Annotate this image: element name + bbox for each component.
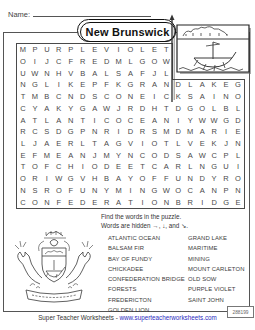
grid-cell: N (41, 196, 53, 208)
grid-cell: I (125, 185, 137, 197)
grid-cell: K (53, 103, 65, 115)
grid-cell: E (136, 91, 148, 103)
grid-cell: G (113, 138, 125, 150)
grid-cell: R (208, 126, 220, 138)
grid-cell: G (65, 173, 77, 185)
grid-cell: R (101, 196, 113, 208)
grid-cell: K (65, 79, 77, 91)
grid-cell: C (53, 161, 65, 173)
grid-cell: S (113, 67, 125, 79)
word-list-item: CONFEDERATION BRIDGE (108, 274, 188, 284)
grid-cell: E (17, 149, 29, 161)
grid-cell: E (136, 114, 148, 126)
grid-cell: O (136, 173, 148, 185)
grid-cell: O (113, 114, 125, 126)
grid-cell: A (113, 196, 125, 208)
grid-cell: O (125, 44, 137, 56)
grid-cell: W (208, 114, 220, 126)
grid-cell: J (89, 149, 101, 161)
grid-cell: G (220, 196, 232, 208)
grid-cell: L (77, 44, 89, 56)
footer-url: www.superteacherworksheets.com (120, 314, 217, 321)
grid-cell: N (160, 196, 172, 208)
grid-cell: F (148, 173, 160, 185)
word-list-item: FREDERICTON (108, 295, 188, 305)
grid-cell: R (101, 126, 113, 138)
grid-cell: G (65, 126, 77, 138)
grid-cell: V (101, 44, 113, 56)
grid-cell: I (220, 126, 232, 138)
grid-cell: O (148, 149, 160, 161)
grid-cell: E (148, 44, 160, 56)
grid-cell: L (125, 56, 137, 68)
grid-cell: A (148, 79, 160, 91)
grid-cell: O (53, 185, 65, 197)
grid-cell: F (136, 67, 148, 79)
grid-cell: A (113, 173, 125, 185)
grid-cell: N (89, 126, 101, 138)
grid-cell: E (125, 161, 137, 173)
grid-cell: C (53, 91, 65, 103)
title-box: New Brunswick (77, 19, 176, 42)
grid-cell: J (41, 56, 53, 68)
grid-cell: A (196, 185, 208, 197)
grid-cell: T (17, 161, 29, 173)
grid-cell: P (89, 79, 101, 91)
grid-cell: T (160, 138, 172, 150)
grid-cell: P (65, 44, 77, 56)
grid-cell: L (101, 67, 113, 79)
grid-cell: E (232, 126, 244, 138)
grid-cell: N (125, 91, 137, 103)
grid-cell: O (232, 173, 244, 185)
footer: Super Teacher Worksheets - www.superteac… (0, 314, 255, 321)
new-brunswick-coat-of-arms-icon (6, 226, 102, 308)
grid-cell: P (29, 44, 41, 56)
grid-cell: I (113, 44, 125, 56)
grid-cell: H (53, 67, 65, 79)
grid-cell: P (77, 126, 89, 138)
grid-cell: G (77, 103, 89, 115)
grid-cell: R (136, 126, 148, 138)
grid-cell: O (89, 161, 101, 173)
grid-cell: B (77, 67, 89, 79)
grid-cell: O (113, 91, 125, 103)
word-list-item: MINING (188, 254, 255, 264)
grid-cell: C (101, 91, 113, 103)
grid-cell: E (89, 56, 101, 68)
grid-cell: N (232, 138, 244, 150)
instructions-line-1: Find the words in the puzzle. (101, 212, 188, 221)
worksheet-code-badge: 288199 (227, 306, 254, 318)
grid-cell: G (220, 114, 232, 126)
grid-cell: S (29, 185, 41, 197)
grid-cell: U (41, 44, 53, 56)
grid-cell: E (89, 196, 101, 208)
grid-cell: A (160, 161, 172, 173)
grid-cell: N (232, 185, 244, 197)
grid-cell: R (136, 79, 148, 91)
grid-cell: W (101, 103, 113, 115)
name-row: Name: (8, 8, 151, 19)
grid-cell: F (65, 185, 77, 197)
grid-cell: H (148, 103, 160, 115)
word-list-item: GRAND LAKE (188, 233, 255, 243)
grid-cell: C (148, 161, 160, 173)
grid-cell: N (77, 149, 89, 161)
grid-cell: L (172, 138, 184, 150)
word-list-item: SAINT JOHN (188, 295, 255, 305)
word-list-item: CHICKADEE (108, 264, 188, 274)
grid-cell: R (125, 103, 137, 115)
grid-cell: H (65, 161, 77, 173)
grid-cell: A (125, 67, 137, 79)
word-list-item: MARITIME (188, 243, 255, 253)
grid-cell: R (172, 161, 184, 173)
grid-cell: O (17, 56, 29, 68)
grid-cell: N (160, 114, 172, 126)
grid-cell: Y (29, 103, 41, 115)
grid-cell: S (89, 91, 101, 103)
grid-cell: O (17, 173, 29, 185)
grid-cell: L (232, 149, 244, 161)
grid-cell: P (220, 149, 232, 161)
grid-cell: T (89, 138, 101, 150)
grid-cell: E (89, 44, 101, 56)
grid-cell: R (41, 185, 53, 197)
word-list-item: OLD SOW (188, 274, 255, 284)
grid-cell: B (172, 196, 184, 208)
grid-cell: J (220, 138, 232, 150)
grid-cell: A (41, 138, 53, 150)
grid-cell: Y (184, 114, 196, 126)
word-list-item: FORESTS (108, 284, 188, 294)
grid-cell: N (208, 185, 220, 197)
grid-cell: D (53, 126, 65, 138)
grid-cell: C (136, 149, 148, 161)
grid-cell: D (160, 149, 172, 161)
grid-cell: F (53, 196, 65, 208)
grid-cell: N (65, 114, 77, 126)
grid-cell: A (196, 126, 208, 138)
grid-cell: D (77, 196, 89, 208)
grid-cell: Y (125, 173, 137, 185)
grid-cell: L (77, 138, 89, 150)
grid-cell: E (53, 149, 65, 161)
grid-cell: D (232, 114, 244, 126)
grid-cell: T (17, 91, 29, 103)
grid-cell: G (208, 161, 220, 173)
grid-cell: I (41, 173, 53, 185)
grid-cell: U (17, 67, 29, 79)
word-list-item: PURPLE VIOLET (188, 284, 255, 294)
name-label: Name: (8, 10, 30, 19)
grid-cell: N (17, 185, 29, 197)
grid-cell: A (65, 149, 77, 161)
grid-cell: C (208, 149, 220, 161)
word-list: ATLANTIC OCEANBALSAM FIRBAY OF FUNDYCHIC… (108, 233, 255, 315)
grid-cell: I (113, 126, 125, 138)
grid-cell: N (125, 149, 137, 161)
grid-cell: U (220, 161, 232, 173)
grid-cell: V (77, 173, 89, 185)
grid-cell: M (17, 44, 29, 56)
new-brunswick-flag-icon (166, 14, 254, 106)
grid-cell: G (29, 79, 41, 91)
grid-cell: M (101, 149, 113, 161)
grid-cell: O (29, 161, 41, 173)
grid-cell: F (160, 173, 172, 185)
grid-cell: A (89, 67, 101, 79)
grid-cell: V (184, 138, 196, 150)
grid-cell: L (136, 44, 148, 56)
grid-cell: I (29, 56, 41, 68)
grid-cell: R (65, 138, 77, 150)
grid-cell: F (65, 56, 77, 68)
grid-cell: L (41, 79, 53, 91)
grid-cell: V (65, 67, 77, 79)
grid-cell: M (29, 91, 41, 103)
word-list-item: BALSAM FIR (108, 243, 188, 253)
grid-cell: F (41, 161, 53, 173)
grid-cell: S (41, 126, 53, 138)
grid-cell: Y (65, 103, 77, 115)
grid-cell: N (196, 161, 208, 173)
grid-cell: F (101, 79, 113, 91)
word-list-item: MOUNT CARLETON (188, 264, 255, 274)
grid-cell: W (53, 173, 65, 185)
grid-cell: D (172, 126, 184, 138)
grid-cell: I (196, 196, 208, 208)
grid-cell: W (29, 67, 41, 79)
grid-cell: R (184, 196, 196, 208)
grid-cell: T (136, 161, 148, 173)
grid-cell: U (77, 185, 89, 197)
grid-cell: I (53, 79, 65, 91)
grid-cell: G (148, 185, 160, 197)
grid-cell: I (232, 161, 244, 173)
grid-cell: R (77, 56, 89, 68)
grid-cell: D (101, 56, 113, 68)
grid-cell: L (184, 161, 196, 173)
page-title: New Brunswick (80, 22, 176, 42)
grid-cell: C (29, 126, 41, 138)
grid-cell: P (220, 185, 232, 197)
grid-cell: I (136, 196, 148, 208)
grid-cell: O (148, 196, 160, 208)
grid-cell: R (220, 173, 232, 185)
grid-cell: M (113, 185, 125, 197)
footer-brand: Super Teacher Worksheets - (38, 314, 119, 321)
grid-cell: J (29, 138, 41, 150)
grid-cell: S (148, 126, 160, 138)
grid-cell: N (89, 185, 101, 197)
grid-cell: O (29, 196, 41, 208)
grid-cell: M (41, 149, 53, 161)
grid-cell: G (136, 56, 148, 68)
grid-cell: L (17, 138, 29, 150)
grid-cell: A (17, 114, 29, 126)
grid-cell: A (184, 149, 196, 161)
grid-cell: E (65, 196, 77, 208)
grid-cell: D (196, 173, 208, 185)
grid-cell: A (53, 114, 65, 126)
grid-cell: J (148, 67, 160, 79)
grid-cell: O (148, 56, 160, 68)
grid-cell: C (53, 56, 65, 68)
grid-cell: I (172, 114, 184, 126)
grid-cell: Y (208, 173, 220, 185)
grid-cell: R (53, 44, 65, 56)
grid-cell: N (65, 91, 77, 103)
instructions: Find the words in the puzzle. Words are … (101, 212, 188, 230)
grid-cell: R (17, 126, 29, 138)
grid-cell: M (113, 56, 125, 68)
grid-cell: K (208, 138, 220, 150)
grid-cell: E (196, 138, 208, 150)
grid-cell: K (113, 79, 125, 91)
grid-cell: E (77, 79, 89, 91)
grid-cell: O (172, 185, 184, 197)
grid-cell: N (17, 79, 29, 91)
word-list-column-a: ATLANTIC OCEANBALSAM FIRBAY OF FUNDYCHIC… (108, 233, 188, 315)
grid-cell: I (77, 161, 89, 173)
grid-cell: B (41, 91, 53, 103)
grid-cell: I (136, 138, 148, 150)
grid-cell: D (125, 126, 137, 138)
grid-cell: L (41, 114, 53, 126)
grid-cell: H (89, 173, 101, 185)
grid-cell: J (113, 103, 125, 115)
word-list-item: BAY OF FUNDY (108, 254, 188, 264)
grid-cell: B (101, 173, 113, 185)
grid-cell: D (208, 196, 220, 208)
grid-cell: C (17, 103, 29, 115)
grid-cell: W (196, 114, 208, 126)
grid-cell: A (89, 103, 101, 115)
grid-cell: C (184, 185, 196, 197)
grid-cell: N (136, 185, 148, 197)
grid-cell: T (77, 114, 89, 126)
instructions-line-2: Words are hidden →, ↓, and ↘. (101, 221, 188, 230)
grid-cell: E (232, 196, 244, 208)
grid-cell: T (29, 114, 41, 126)
grid-cell: A (101, 138, 113, 150)
word-list-item: ATLANTIC OCEAN (108, 233, 188, 243)
grid-cell: M (160, 126, 172, 138)
grid-cell: N (184, 173, 196, 185)
grid-cell: U (172, 173, 184, 185)
grid-cell: Y (101, 185, 113, 197)
grid-cell: W (160, 185, 172, 197)
grid-cell: G (125, 79, 137, 91)
word-list-column-b: GRAND LAKEMARITIMEMININGMOUNT CARLETONOL… (188, 233, 255, 315)
grid-cell: D (136, 103, 148, 115)
grid-cell: W (196, 149, 208, 161)
grid-cell: C (17, 196, 29, 208)
grid-cell: A (41, 103, 53, 115)
grid-cell: D (77, 91, 89, 103)
grid-cell: C (125, 114, 137, 126)
grid-cell: E (113, 161, 125, 173)
grid-cell: N (41, 67, 53, 79)
grid-cell: A (148, 114, 160, 126)
grid-cell: I (148, 91, 160, 103)
grid-cell: Y (113, 149, 125, 161)
worksheet-page: { "game": "word-search", "title": "New B… (0, 0, 255, 330)
grid-cell: D (101, 161, 113, 173)
grid-cell: T (125, 196, 137, 208)
grid-cell: V (125, 138, 137, 150)
grid-cell: M (184, 126, 196, 138)
grid-cell: O (148, 138, 160, 150)
grid-cell: F (29, 149, 41, 161)
grid-cell: R (29, 173, 41, 185)
grid-cell: E (53, 138, 65, 150)
grid-cell: I (89, 114, 101, 126)
grid-cell: C (101, 114, 113, 126)
name-blank-line (33, 8, 151, 17)
grid-cell: S (172, 149, 184, 161)
